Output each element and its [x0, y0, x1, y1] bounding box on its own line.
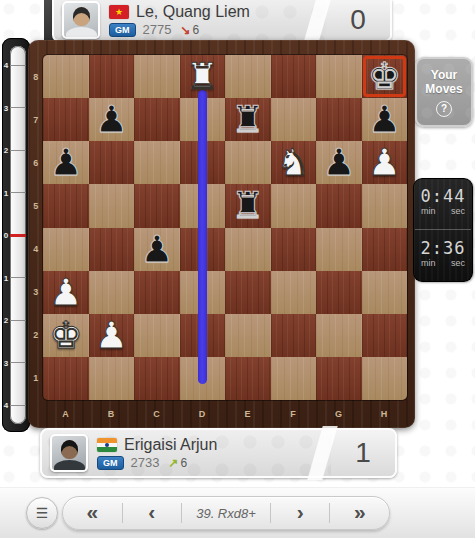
- clock-time-top: 0:44: [413, 187, 473, 205]
- square-e2[interactable]: [225, 314, 271, 357]
- square-c4[interactable]: ♟: [134, 228, 180, 271]
- help-glyph: ?: [441, 103, 447, 114]
- eval-tick: [10, 65, 26, 66]
- eval-tick: [10, 150, 26, 151]
- file-label-h: H: [378, 409, 390, 419]
- rating-trend-top: ↘6: [180, 23, 199, 37]
- player-avatar-top: [62, 1, 100, 39]
- gm-badge-bottom: GM: [97, 456, 124, 470]
- rank-label-7: 7: [30, 115, 42, 125]
- chess-board: ♜♚♟♜♟♟♞♟♟♜♟♟♚♟ 87654321ABCDEFGH: [28, 40, 415, 428]
- white-king-a2[interactable]: ♚: [43, 314, 89, 357]
- black-pawn-h7[interactable]: ♟: [362, 98, 408, 141]
- square-b7[interactable]: ♟: [89, 98, 135, 141]
- eval-label-1-5: 1: [2, 274, 10, 283]
- square-c3[interactable]: [134, 271, 180, 314]
- rank-label-2: 2: [30, 330, 42, 340]
- square-e5[interactable]: ♜: [225, 184, 271, 227]
- eval-track: [10, 46, 26, 424]
- player-rating-bottom: 2733: [131, 455, 160, 470]
- forward-icon: ›: [297, 501, 304, 522]
- eval-label-3-1: 3: [2, 104, 10, 113]
- square-a7[interactable]: [43, 98, 89, 141]
- clock-panel: 0:44 min sec 2:36 min sec: [413, 178, 473, 282]
- square-e6[interactable]: [225, 141, 271, 184]
- square-e1[interactable]: [225, 357, 271, 400]
- clock-time-bottom: 2:36: [413, 239, 473, 257]
- square-c1[interactable]: [134, 357, 180, 400]
- score-zone-top: 0: [326, 0, 390, 40]
- white-knight-f6[interactable]: ♞: [271, 141, 317, 184]
- score-bottom: 1: [355, 437, 371, 469]
- square-f5[interactable]: [271, 184, 317, 227]
- square-b6[interactable]: [89, 141, 135, 184]
- vietnam-flag-icon: [109, 5, 129, 19]
- player-rating-top: 2775: [143, 22, 172, 37]
- prev-move-button[interactable]: ‹: [123, 497, 182, 529]
- square-g8[interactable]: [316, 55, 362, 98]
- square-e4[interactable]: [225, 228, 271, 271]
- square-b5[interactable]: [89, 184, 135, 227]
- your-moves-button[interactable]: Your Moves ?: [415, 57, 473, 127]
- square-f1[interactable]: [271, 357, 317, 400]
- square-a2[interactable]: ♚: [43, 314, 89, 357]
- square-a5[interactable]: [43, 184, 89, 227]
- eval-tick: [10, 107, 26, 108]
- rating-trend-bottom: ↗6: [168, 456, 187, 470]
- square-h2[interactable]: [362, 314, 408, 357]
- trend-value-top: 6: [192, 23, 199, 37]
- black-rook-e7[interactable]: ♜: [225, 98, 271, 141]
- square-g1[interactable]: [316, 357, 362, 400]
- square-a8[interactable]: [43, 55, 89, 98]
- square-e7[interactable]: ♜: [225, 98, 271, 141]
- score-top: 0: [350, 4, 366, 36]
- square-c8[interactable]: [134, 55, 180, 98]
- square-h3[interactable]: [362, 271, 408, 314]
- eval-label-4-8: 4: [2, 401, 10, 410]
- menu-button[interactable]: ☰: [26, 497, 58, 529]
- square-h1[interactable]: [362, 357, 408, 400]
- eval-label-4-0: 4: [2, 61, 10, 70]
- player-bar-top: Le, Quang Liem GM 2775 ↘6 0: [52, 0, 392, 42]
- eval-tick: [10, 362, 26, 363]
- square-f2[interactable]: [271, 314, 317, 357]
- white-pawn-a3[interactable]: ♟: [43, 271, 89, 314]
- square-h8[interactable]: ♚: [362, 55, 408, 98]
- back-icon: ‹: [148, 501, 155, 522]
- black-pawn-g6[interactable]: ♟: [316, 141, 362, 184]
- file-label-e: E: [242, 409, 254, 419]
- file-label-a: A: [60, 409, 72, 419]
- player-avatar-bottom: [50, 434, 88, 472]
- eval-label-2-2: 2: [2, 146, 10, 155]
- move-navigation: « ‹ 39. Rxd8+ › »: [62, 496, 390, 530]
- your-moves-label-1: Your: [431, 68, 457, 82]
- min-label-top: min: [421, 206, 436, 216]
- square-f7[interactable]: [271, 98, 317, 141]
- clock-bottom: 2:36 min sec: [413, 230, 473, 281]
- rewind-icon: «: [86, 501, 98, 522]
- square-f6[interactable]: ♞: [271, 141, 317, 184]
- file-label-b: B: [105, 409, 117, 419]
- trend-up-icon: ↗: [168, 456, 178, 470]
- gm-badge-top: GM: [109, 23, 136, 37]
- help-icon[interactable]: ?: [436, 101, 452, 117]
- square-c7[interactable]: [134, 98, 180, 141]
- eval-label-3-7: 3: [2, 359, 10, 368]
- square-h7[interactable]: ♟: [362, 98, 408, 141]
- black-king-h8[interactable]: ♚: [362, 55, 408, 98]
- square-h5[interactable]: [362, 184, 408, 227]
- eval-label-0-4: 0: [2, 231, 10, 240]
- rank-label-4: 4: [30, 244, 42, 254]
- square-c2[interactable]: [134, 314, 180, 357]
- white-pawn-h6[interactable]: ♟: [362, 141, 408, 184]
- square-e3[interactable]: [225, 271, 271, 314]
- first-move-button[interactable]: «: [63, 497, 122, 529]
- square-b3[interactable]: [89, 271, 135, 314]
- square-g7[interactable]: [316, 98, 362, 141]
- square-g6[interactable]: ♟: [316, 141, 362, 184]
- square-a6[interactable]: ♟: [43, 141, 89, 184]
- square-h4[interactable]: [362, 228, 408, 271]
- sec-label-bottom: sec: [451, 258, 465, 268]
- eval-bar: 432101234: [2, 38, 30, 432]
- square-g3[interactable]: [316, 271, 362, 314]
- next-move-button[interactable]: ›: [271, 497, 330, 529]
- clock-top: 0:44 min sec: [413, 178, 473, 229]
- file-label-c: C: [151, 409, 163, 419]
- player-bar-bottom: Erigaisi Arjun GM 2733 ↗6 1: [40, 428, 397, 478]
- eval-tick: [10, 320, 26, 321]
- square-d8[interactable]: ♜: [180, 55, 226, 98]
- square-c5[interactable]: [134, 184, 180, 227]
- eval-tick: [10, 277, 26, 278]
- file-label-f: F: [287, 409, 299, 419]
- board-squares: ♜♚♟♜♟♟♞♟♟♜♟♟♚♟: [43, 55, 407, 400]
- file-label-g: G: [333, 409, 345, 419]
- black-rook-e5[interactable]: ♜: [225, 184, 271, 227]
- rank-label-8: 8: [30, 72, 42, 82]
- player-name-top: Le, Quang Liem: [136, 3, 250, 21]
- eval-marker-zero: [10, 234, 26, 237]
- move-arrow: [198, 90, 207, 383]
- eval-label-2-6: 2: [2, 316, 10, 325]
- current-move-label: 39. Rxd8+: [182, 497, 270, 529]
- trend-down-icon: ↘: [180, 23, 190, 37]
- eval-label-1-3: 1: [2, 189, 10, 198]
- rank-label-5: 5: [30, 201, 42, 211]
- square-f4[interactable]: [271, 228, 317, 271]
- fast-forward-icon: »: [354, 501, 366, 522]
- square-g5[interactable]: [316, 184, 362, 227]
- rank-label-6: 6: [30, 158, 42, 168]
- square-a3[interactable]: ♟: [43, 271, 89, 314]
- last-move-button[interactable]: »: [330, 497, 389, 529]
- square-a1[interactable]: [43, 357, 89, 400]
- eval-tick: [10, 405, 26, 406]
- black-pawn-c4[interactable]: ♟: [134, 228, 180, 271]
- hamburger-icon: ☰: [36, 506, 49, 520]
- square-b2[interactable]: ♟: [89, 314, 135, 357]
- india-flag-icon: [97, 438, 117, 452]
- bottom-toolbar: ☰ « ‹ 39. Rxd8+ › »: [0, 487, 475, 538]
- square-h6[interactable]: ♟: [362, 141, 408, 184]
- square-g4[interactable]: [316, 228, 362, 271]
- min-label-bottom: min: [421, 258, 436, 268]
- square-g2[interactable]: [316, 314, 362, 357]
- square-f8[interactable]: [271, 55, 317, 98]
- square-c6[interactable]: [134, 141, 180, 184]
- player-name-bottom: Erigaisi Arjun: [124, 436, 217, 454]
- square-b8[interactable]: [89, 55, 135, 98]
- square-f3[interactable]: [271, 271, 317, 314]
- file-label-d: D: [196, 409, 208, 419]
- square-b4[interactable]: [89, 228, 135, 271]
- rank-label-3: 3: [30, 287, 42, 297]
- black-pawn-a6[interactable]: ♟: [43, 141, 89, 184]
- white-pawn-b2[interactable]: ♟: [89, 314, 135, 357]
- sec-label-top: sec: [451, 206, 465, 216]
- black-pawn-b7[interactable]: ♟: [89, 98, 135, 141]
- trend-value-bottom: 6: [180, 456, 187, 470]
- square-a4[interactable]: [43, 228, 89, 271]
- square-e8[interactable]: [225, 55, 271, 98]
- eval-tick: [10, 192, 26, 193]
- square-b1[interactable]: [89, 357, 135, 400]
- rank-label-1: 1: [30, 373, 42, 383]
- your-moves-label-2: Moves: [425, 82, 462, 96]
- white-rook-d8[interactable]: ♜: [180, 55, 226, 98]
- score-zone-bottom: 1: [331, 430, 395, 476]
